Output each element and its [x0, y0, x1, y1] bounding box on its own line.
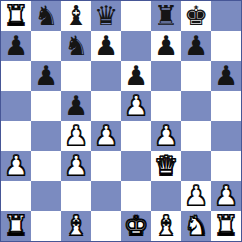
square-d5[interactable] — [91, 91, 121, 121]
square-h5[interactable] — [211, 91, 241, 121]
square-h3[interactable] — [211, 151, 241, 181]
square-b5[interactable] — [31, 91, 61, 121]
square-c4[interactable]: ♟ — [61, 121, 91, 151]
white-rook[interactable]: ♜ — [4, 211, 28, 241]
square-e1[interactable]: ♚ — [121, 211, 151, 241]
square-e2[interactable] — [121, 181, 151, 211]
square-f6[interactable] — [151, 61, 181, 91]
square-d7[interactable]: ♟ — [91, 31, 121, 61]
square-c5[interactable]: ♟ — [61, 91, 91, 121]
square-f3[interactable]: ♛ — [151, 151, 181, 181]
square-c7[interactable]: ♞ — [61, 31, 91, 61]
black-bishop[interactable]: ♝ — [64, 1, 88, 31]
square-d8[interactable]: ♛ — [91, 1, 121, 31]
white-pawn[interactable]: ♟ — [124, 91, 148, 121]
square-d1[interactable] — [91, 211, 121, 241]
black-pawn[interactable]: ♟ — [184, 31, 208, 61]
square-e8[interactable] — [121, 1, 151, 31]
white-pawn[interactable]: ♟ — [64, 151, 88, 181]
square-a8[interactable]: ♜ — [1, 1, 31, 31]
white-pawn[interactable]: ♟ — [214, 181, 238, 211]
square-a2[interactable] — [1, 181, 31, 211]
square-c6[interactable] — [61, 61, 91, 91]
black-knight[interactable]: ♞ — [34, 1, 58, 31]
white-queen[interactable]: ♛ — [154, 151, 178, 181]
square-e6[interactable]: ♟ — [121, 61, 151, 91]
square-f7[interactable]: ♟ — [151, 31, 181, 61]
square-g3[interactable] — [181, 151, 211, 181]
square-f2[interactable] — [151, 181, 181, 211]
white-pawn[interactable]: ♟ — [64, 121, 88, 151]
square-e3[interactable] — [121, 151, 151, 181]
square-c3[interactable]: ♟ — [61, 151, 91, 181]
square-d3[interactable] — [91, 151, 121, 181]
square-h7[interactable] — [211, 31, 241, 61]
square-f5[interactable] — [151, 91, 181, 121]
white-pawn[interactable]: ♟ — [4, 151, 28, 181]
square-g6[interactable] — [181, 61, 211, 91]
square-d4[interactable]: ♟ — [91, 121, 121, 151]
square-h4[interactable] — [211, 121, 241, 151]
white-pawn[interactable]: ♟ — [154, 121, 178, 151]
square-a5[interactable] — [1, 91, 31, 121]
chess-board: ♜♞♝♛♜♚♟♞♟♟♟♟♟♟♟♟♟♟♟♟♟♛♟♟♜♝♚♝♞♜ — [0, 0, 242, 242]
square-f4[interactable]: ♟ — [151, 121, 181, 151]
black-pawn[interactable]: ♟ — [94, 31, 118, 61]
white-rook[interactable]: ♜ — [214, 211, 238, 241]
square-e4[interactable] — [121, 121, 151, 151]
square-b8[interactable]: ♞ — [31, 1, 61, 31]
square-g1[interactable]: ♞ — [181, 211, 211, 241]
black-pawn[interactable]: ♟ — [64, 91, 88, 121]
square-c8[interactable]: ♝ — [61, 1, 91, 31]
square-d2[interactable] — [91, 181, 121, 211]
square-a4[interactable] — [1, 121, 31, 151]
square-g4[interactable] — [181, 121, 211, 151]
square-b2[interactable] — [31, 181, 61, 211]
square-h8[interactable] — [211, 1, 241, 31]
white-knight[interactable]: ♞ — [184, 211, 208, 241]
black-pawn[interactable]: ♟ — [34, 61, 58, 91]
square-h1[interactable]: ♜ — [211, 211, 241, 241]
black-queen[interactable]: ♛ — [94, 1, 118, 31]
black-rook[interactable]: ♜ — [154, 1, 178, 31]
white-king[interactable]: ♚ — [124, 211, 148, 241]
square-a7[interactable]: ♟ — [1, 31, 31, 61]
black-king[interactable]: ♚ — [184, 1, 208, 31]
white-pawn[interactable]: ♟ — [184, 181, 208, 211]
square-b4[interactable] — [31, 121, 61, 151]
white-bishop[interactable]: ♝ — [64, 211, 88, 241]
black-knight[interactable]: ♞ — [64, 31, 88, 61]
square-b7[interactable] — [31, 31, 61, 61]
black-pawn[interactable]: ♟ — [214, 61, 238, 91]
white-pawn[interactable]: ♟ — [94, 121, 118, 151]
square-c2[interactable] — [61, 181, 91, 211]
square-g2[interactable]: ♟ — [181, 181, 211, 211]
square-d6[interactable] — [91, 61, 121, 91]
square-e5[interactable]: ♟ — [121, 91, 151, 121]
black-pawn[interactable]: ♟ — [124, 61, 148, 91]
black-pawn[interactable]: ♟ — [154, 31, 178, 61]
square-b6[interactable]: ♟ — [31, 61, 61, 91]
square-g7[interactable]: ♟ — [181, 31, 211, 61]
square-e7[interactable] — [121, 31, 151, 61]
square-b3[interactable] — [31, 151, 61, 181]
square-a1[interactable]: ♜ — [1, 211, 31, 241]
square-a6[interactable] — [1, 61, 31, 91]
square-b1[interactable] — [31, 211, 61, 241]
square-g8[interactable]: ♚ — [181, 1, 211, 31]
square-c1[interactable]: ♝ — [61, 211, 91, 241]
square-f1[interactable]: ♝ — [151, 211, 181, 241]
black-pawn[interactable]: ♟ — [4, 31, 28, 61]
square-f8[interactable]: ♜ — [151, 1, 181, 31]
square-h2[interactable]: ♟ — [211, 181, 241, 211]
square-h6[interactable]: ♟ — [211, 61, 241, 91]
square-g5[interactable] — [181, 91, 211, 121]
square-a3[interactable]: ♟ — [1, 151, 31, 181]
white-rook[interactable]: ♜ — [4, 1, 28, 31]
white-bishop[interactable]: ♝ — [154, 211, 178, 241]
